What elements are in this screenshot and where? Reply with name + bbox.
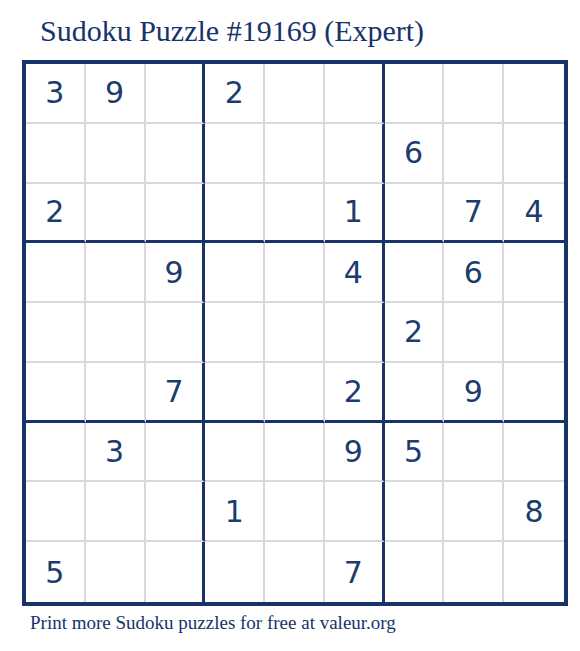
cell-r2c6[interactable] [325, 124, 385, 184]
cell-r2c1[interactable] [26, 124, 86, 184]
cell-r7c8[interactable] [444, 423, 504, 483]
cell-r9c7[interactable] [385, 542, 445, 602]
cell-r1c6[interactable] [325, 64, 385, 124]
cell-r4c8[interactable]: 6 [444, 243, 504, 303]
cell-r3c2[interactable] [86, 184, 146, 244]
cell-r7c2[interactable]: 3 [86, 423, 146, 483]
cell-r7c5[interactable] [265, 423, 325, 483]
cell-r7c6[interactable]: 9 [325, 423, 385, 483]
cell-r2c4[interactable] [205, 124, 265, 184]
cell-r8c7[interactable] [385, 482, 445, 542]
cell-r3c4[interactable] [205, 184, 265, 244]
cell-r2c5[interactable] [265, 124, 325, 184]
cell-r6c6[interactable]: 2 [325, 363, 385, 423]
cell-r4c7[interactable] [385, 243, 445, 303]
cell-r8c8[interactable] [444, 482, 504, 542]
cell-r7c3[interactable] [146, 423, 206, 483]
cell-r8c2[interactable] [86, 482, 146, 542]
cell-r7c9[interactable] [504, 423, 564, 483]
cell-r4c6[interactable]: 4 [325, 243, 385, 303]
cell-r1c5[interactable] [265, 64, 325, 124]
cell-r3c7[interactable] [385, 184, 445, 244]
cell-r2c2[interactable] [86, 124, 146, 184]
sudoku-board: 3926217494627293951857 [22, 60, 568, 606]
cell-r9c9[interactable] [504, 542, 564, 602]
cell-r2c9[interactable] [504, 124, 564, 184]
cell-r5c8[interactable] [444, 303, 504, 363]
cell-r7c1[interactable] [26, 423, 86, 483]
cell-r5c9[interactable] [504, 303, 564, 363]
cell-r4c2[interactable] [86, 243, 146, 303]
cell-r3c9[interactable]: 4 [504, 184, 564, 244]
cell-r1c8[interactable] [444, 64, 504, 124]
cell-r3c6[interactable]: 1 [325, 184, 385, 244]
cell-r8c3[interactable] [146, 482, 206, 542]
cell-r4c5[interactable] [265, 243, 325, 303]
cell-r8c1[interactable] [26, 482, 86, 542]
cell-r8c9[interactable]: 8 [504, 482, 564, 542]
cell-r7c7[interactable]: 5 [385, 423, 445, 483]
cell-r3c5[interactable] [265, 184, 325, 244]
cell-r1c7[interactable] [385, 64, 445, 124]
cell-r2c8[interactable] [444, 124, 504, 184]
cell-r8c6[interactable] [325, 482, 385, 542]
cell-r5c5[interactable] [265, 303, 325, 363]
cell-r8c5[interactable] [265, 482, 325, 542]
cell-r2c3[interactable] [146, 124, 206, 184]
cell-r5c7[interactable]: 2 [385, 303, 445, 363]
cell-r4c4[interactable] [205, 243, 265, 303]
cell-r6c8[interactable]: 9 [444, 363, 504, 423]
cell-r1c3[interactable] [146, 64, 206, 124]
cell-r9c1[interactable]: 5 [26, 542, 86, 602]
cell-r5c1[interactable] [26, 303, 86, 363]
cell-r6c5[interactable] [265, 363, 325, 423]
cell-r6c2[interactable] [86, 363, 146, 423]
cell-r4c9[interactable] [504, 243, 564, 303]
cell-r9c5[interactable] [265, 542, 325, 602]
cell-r6c3[interactable]: 7 [146, 363, 206, 423]
cell-r6c4[interactable] [205, 363, 265, 423]
cell-r3c3[interactable] [146, 184, 206, 244]
cell-r6c7[interactable] [385, 363, 445, 423]
cell-r3c8[interactable]: 7 [444, 184, 504, 244]
cell-r1c4[interactable]: 2 [205, 64, 265, 124]
cell-r3c1[interactable]: 2 [26, 184, 86, 244]
sudoku-page: Sudoku Puzzle #19169 (Expert) 3926217494… [0, 0, 580, 651]
cell-r5c4[interactable] [205, 303, 265, 363]
cell-r6c1[interactable] [26, 363, 86, 423]
cell-r5c3[interactable] [146, 303, 206, 363]
cell-r6c9[interactable] [504, 363, 564, 423]
page-title: Sudoku Puzzle #19169 (Expert) [40, 14, 424, 47]
cell-r2c7[interactable]: 6 [385, 124, 445, 184]
cell-r1c1[interactable]: 3 [26, 64, 86, 124]
footer-text: Print more Sudoku puzzles for free at va… [30, 612, 396, 634]
cell-r9c3[interactable] [146, 542, 206, 602]
cell-r7c4[interactable] [205, 423, 265, 483]
cell-r1c2[interactable]: 9 [86, 64, 146, 124]
cell-r9c8[interactable] [444, 542, 504, 602]
cell-r5c2[interactable] [86, 303, 146, 363]
cell-r9c4[interactable] [205, 542, 265, 602]
cell-r4c1[interactable] [26, 243, 86, 303]
cell-r8c4[interactable]: 1 [205, 482, 265, 542]
cell-r1c9[interactable] [504, 64, 564, 124]
cell-r4c3[interactable]: 9 [146, 243, 206, 303]
cell-r9c2[interactable] [86, 542, 146, 602]
cell-r5c6[interactable] [325, 303, 385, 363]
cell-r9c6[interactable]: 7 [325, 542, 385, 602]
